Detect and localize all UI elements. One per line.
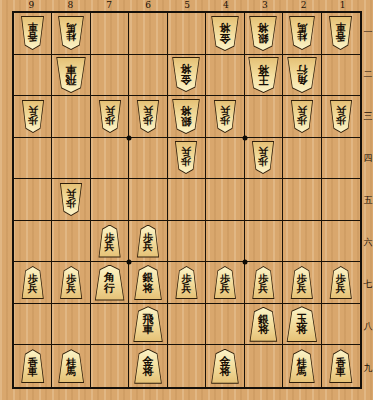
piece-kanji: 香車 [27,23,38,44]
gote-bishop-piece[interactable]: 角行 [286,57,318,93]
piece-face: 銀将 [172,100,200,133]
board-square[interactable]: 桂馬 [283,13,321,55]
piece-face: 歩兵 [22,101,44,132]
board-square[interactable] [206,138,244,180]
board-square[interactable] [14,55,52,97]
board-square[interactable]: 歩兵 [168,138,206,180]
board-square[interactable] [206,221,244,263]
board-square[interactable] [91,13,129,55]
piece-face: 香車 [329,17,352,49]
piece-face: 香車 [329,350,352,382]
board-square[interactable]: 歩兵 [52,179,90,221]
board-square[interactable] [283,138,321,180]
piece-kanji: 角行 [104,271,116,294]
sente-pawn-piece[interactable]: 歩兵 [136,225,160,258]
board-square[interactable]: 歩兵 [14,262,52,304]
piece-face: 歩兵 [60,267,82,298]
piece-face: 歩兵 [99,101,121,132]
gote-pawn-piece[interactable]: 歩兵 [59,183,83,216]
gote-pawn-piece[interactable]: 歩兵 [290,100,314,133]
gote-pawn-piece[interactable]: 歩兵 [329,100,353,133]
sente-knight-piece[interactable]: 桂馬 [288,349,316,383]
piece-face: 歩兵 [137,226,159,257]
board-square[interactable] [14,304,52,346]
piece-face: 金将 [134,350,162,383]
board-square[interactable] [168,221,206,263]
gote-rook-piece[interactable]: 飛車 [55,57,87,93]
piece-kanji: 歩兵 [296,106,307,127]
gote-pawn-piece[interactable]: 歩兵 [21,100,45,133]
board-square[interactable] [322,138,360,180]
gote-gold-piece[interactable]: 金将 [210,16,240,51]
board-square[interactable]: 飛車 [52,55,90,97]
board-square[interactable]: 歩兵 [283,96,321,138]
board-square[interactable]: 歩兵 [91,96,129,138]
board-square[interactable] [322,55,360,97]
file-label: 7 [90,0,129,11]
piece-face: 王将 [248,58,279,92]
sente-lance-piece[interactable]: 香車 [328,349,353,383]
piece-kanji: 銀将 [181,105,193,128]
board-square[interactable] [206,179,244,221]
board-square[interactable]: 玉将 [283,304,321,346]
board-square[interactable]: 飛車 [129,304,167,346]
piece-kanji: 角行 [296,63,308,86]
board-square[interactable] [322,221,360,263]
piece-kanji: 銀将 [257,313,269,336]
board-square[interactable]: 歩兵 [91,221,129,263]
board-square[interactable]: 歩兵 [129,96,167,138]
board-square[interactable]: 桂馬 [283,345,321,387]
board-square[interactable] [52,96,90,138]
star-point [242,135,247,140]
board-square[interactable]: 角行 [91,262,129,304]
piece-kanji: 飛車 [142,313,154,336]
gote-pawn-piece[interactable]: 歩兵 [174,141,198,174]
sente-pawn-piece[interactable]: 歩兵 [251,266,275,299]
piece-face: 歩兵 [330,101,352,132]
piece-face: 歩兵 [60,184,82,215]
gote-pawn-piece[interactable]: 歩兵 [251,141,275,174]
board-square[interactable] [14,179,52,221]
rank-label: 七 [363,263,373,305]
piece-kanji: 香車 [335,356,346,377]
sente-gold-piece[interactable]: 金将 [133,349,163,384]
board-square[interactable]: 銀将 [245,304,283,346]
rank-label: 一 [363,11,373,53]
piece-face: 歩兵 [330,267,352,298]
rank-label: 六 [363,221,373,263]
board-square[interactable] [14,221,52,263]
piece-kanji: 歩兵 [27,106,38,127]
piece-kanji: 歩兵 [104,106,115,127]
board-square[interactable] [322,179,360,221]
board-square[interactable]: 歩兵 [322,262,360,304]
board-square[interactable] [245,96,283,138]
gote-pawn-piece[interactable]: 歩兵 [136,100,160,133]
sente-pawn-piece[interactable]: 歩兵 [98,225,122,258]
board-square[interactable]: 金将 [168,55,206,97]
board-square[interactable]: 香車 [322,345,360,387]
board-square[interactable] [283,221,321,263]
star-point [127,260,132,265]
piece-face: 桂馬 [58,17,84,49]
board-square[interactable]: 歩兵 [14,96,52,138]
board-square[interactable] [52,138,90,180]
board-square[interactable] [129,179,167,221]
piece-kanji: 金将 [181,63,193,86]
gote-silver-piece[interactable]: 銀将 [248,16,278,51]
star-point [127,135,132,140]
board-square[interactable] [14,138,52,180]
piece-kanji: 歩兵 [27,272,38,293]
board-square[interactable]: 歩兵 [52,262,90,304]
file-label: 1 [323,0,362,11]
board-square[interactable]: 歩兵 [283,262,321,304]
board-square[interactable] [91,345,129,387]
rank-label: 二 [363,53,373,95]
piece-kanji: 歩兵 [296,272,307,293]
piece-face: 歩兵 [291,101,313,132]
board-square[interactable]: 歩兵 [206,96,244,138]
piece-kanji: 桂馬 [66,356,77,377]
gote-lance-piece[interactable]: 香車 [328,16,353,50]
board-square[interactable] [52,304,90,346]
piece-face: 銀将 [249,308,277,341]
piece-kanji: 歩兵 [335,272,346,293]
board-square[interactable]: 歩兵 [206,262,244,304]
rank-label: 三 [363,95,373,137]
file-coordinate-labels: 987654321 [12,0,362,11]
piece-kanji: 歩兵 [181,147,192,168]
piece-kanji: 金将 [219,355,231,378]
board-square[interactable]: 歩兵 [168,262,206,304]
gote-knight-piece[interactable]: 桂馬 [288,16,316,50]
piece-kanji: 歩兵 [258,272,269,293]
piece-kanji: 歩兵 [181,272,192,293]
board-square[interactable] [129,13,167,55]
sente-pawn-piece[interactable]: 歩兵 [213,266,237,299]
board-square[interactable]: 桂馬 [52,345,90,387]
sente-pawn-piece[interactable]: 歩兵 [59,266,83,299]
piece-face: 玉将 [286,307,317,341]
gote-pawn-piece[interactable]: 歩兵 [213,100,237,133]
board-square[interactable] [245,179,283,221]
board-square[interactable]: 歩兵 [245,138,283,180]
piece-kanji: 歩兵 [104,231,115,252]
file-label: 4 [206,0,245,11]
board-square[interactable] [245,221,283,263]
piece-face: 金将 [172,58,200,91]
board-square[interactable]: 金将 [206,13,244,55]
gote-king-piece[interactable]: 王将 [247,57,280,93]
piece-face: 銀将 [134,266,162,299]
piece-face: 歩兵 [137,101,159,132]
gote-knight-piece[interactable]: 桂馬 [57,16,85,50]
board-square[interactable] [322,304,360,346]
piece-kanji: 歩兵 [66,272,77,293]
sente-silver-piece[interactable]: 銀将 [133,265,163,300]
piece-face: 歩兵 [175,142,197,173]
piece-face: 桂馬 [289,17,315,49]
board-square[interactable] [129,138,167,180]
gote-pawn-piece[interactable]: 歩兵 [98,100,122,133]
piece-face: 歩兵 [214,101,236,132]
board-square[interactable] [168,13,206,55]
rank-label: 九 [363,347,373,389]
board-square[interactable] [91,55,129,97]
file-label: 5 [168,0,207,11]
piece-face: 香車 [21,350,44,382]
piece-face: 香車 [21,17,44,49]
gote-lance-piece[interactable]: 香車 [20,16,45,50]
piece-kanji: 金将 [219,22,231,45]
sente-rook-piece[interactable]: 飛車 [132,306,164,342]
board-square[interactable]: 金将 [206,345,244,387]
board-square[interactable]: 桂馬 [52,13,90,55]
piece-face: 歩兵 [175,267,197,298]
file-label: 2 [284,0,323,11]
piece-face: 歩兵 [291,267,313,298]
sente-gold-piece[interactable]: 金将 [210,349,240,384]
piece-kanji: 王将 [257,63,269,86]
piece-kanji: 歩兵 [220,272,231,293]
piece-face: 歩兵 [22,267,44,298]
piece-face: 桂馬 [58,350,84,382]
sente-king-piece[interactable]: 玉将 [285,306,318,342]
piece-face: 歩兵 [99,226,121,257]
board-square[interactable] [129,55,167,97]
piece-kanji: 銀将 [142,271,154,294]
board-square[interactable]: 王将 [245,55,283,97]
piece-kanji: 銀将 [257,22,269,45]
piece-face: 金将 [211,17,239,50]
board-square[interactable]: 香車 [322,13,360,55]
piece-kanji: 香車 [27,356,38,377]
piece-kanji: 桂馬 [296,356,307,377]
sente-lance-piece[interactable]: 香車 [20,349,45,383]
piece-kanji: 金将 [142,355,154,378]
piece-kanji: 桂馬 [296,23,307,44]
piece-kanji: 桂馬 [66,23,77,44]
gote-silver-piece[interactable]: 銀将 [171,99,201,134]
sente-bishop-piece[interactable]: 角行 [94,265,126,301]
board-square[interactable]: 銀将 [168,96,206,138]
piece-kanji: 飛車 [65,63,77,86]
board-square[interactable]: 角行 [283,55,321,97]
piece-face: 角行 [287,58,317,92]
piece-face: 歩兵 [214,267,236,298]
file-label: 3 [245,0,284,11]
piece-face: 歩兵 [252,142,274,173]
board-square[interactable]: 香車 [14,13,52,55]
sente-knight-piece[interactable]: 桂馬 [57,349,85,383]
board-square[interactable]: 歩兵 [245,262,283,304]
board-square[interactable]: 銀将 [245,13,283,55]
board-square[interactable] [91,179,129,221]
gote-gold-piece[interactable]: 金将 [171,57,201,92]
board-square[interactable] [52,221,90,263]
board-square[interactable] [283,179,321,221]
piece-face: 飛車 [133,307,163,341]
board-square[interactable] [206,55,244,97]
piece-kanji: 香車 [335,23,346,44]
piece-face: 飛車 [56,58,86,92]
piece-kanji: 歩兵 [258,147,269,168]
board-square[interactable]: 金将 [129,345,167,387]
piece-kanji: 玉将 [296,313,308,336]
sente-pawn-piece[interactable]: 歩兵 [290,266,314,299]
piece-face: 桂馬 [289,350,315,382]
board-square[interactable] [206,304,244,346]
piece-kanji: 歩兵 [143,106,154,127]
file-label: 9 [12,0,51,11]
board-square[interactable]: 銀将 [129,262,167,304]
shogi-board[interactable]: 香車桂馬金将銀将桂馬香車飛車金将王将角行歩兵歩兵歩兵銀将歩兵歩兵歩兵歩兵歩兵歩兵… [12,11,362,389]
board-square[interactable] [168,179,206,221]
board-square[interactable] [168,345,206,387]
piece-face: 角行 [95,266,125,300]
board-square[interactable] [168,304,206,346]
board-square[interactable] [245,345,283,387]
sente-pawn-piece[interactable]: 歩兵 [21,266,45,299]
board-square[interactable] [91,304,129,346]
sente-pawn-piece[interactable]: 歩兵 [329,266,353,299]
rank-label: 五 [363,179,373,221]
shogi-app: 987654321 一二三四五六七八九 香車桂馬金将銀将桂馬香車飛車金将王将角行… [0,0,373,400]
file-label: 6 [129,0,168,11]
piece-face: 歩兵 [252,267,274,298]
rank-coordinate-labels: 一二三四五六七八九 [363,11,373,389]
piece-kanji: 歩兵 [335,106,346,127]
piece-kanji: 歩兵 [143,231,154,252]
rank-label: 四 [363,137,373,179]
board-square[interactable]: 香車 [14,345,52,387]
star-point [242,260,247,265]
piece-kanji: 歩兵 [220,106,231,127]
board-square[interactable]: 歩兵 [322,96,360,138]
sente-pawn-piece[interactable]: 歩兵 [174,266,198,299]
piece-kanji: 歩兵 [66,189,77,210]
piece-face: 銀将 [249,17,277,50]
board-square[interactable]: 歩兵 [129,221,167,263]
file-label: 8 [51,0,90,11]
rank-label: 八 [363,305,373,347]
piece-face: 金将 [211,350,239,383]
board-square[interactable] [91,138,129,180]
sente-silver-piece[interactable]: 銀将 [248,307,278,342]
